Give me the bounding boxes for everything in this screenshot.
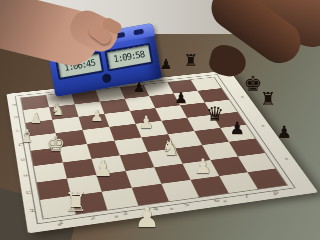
player-arm	[0, 0, 320, 240]
chess-game-photo: ABCDEFGH 12345678 ♝♚♞♟♟♟♞♟♟♜♟♟♟♜♟♛♚♜♟♟♟♛…	[0, 0, 320, 240]
